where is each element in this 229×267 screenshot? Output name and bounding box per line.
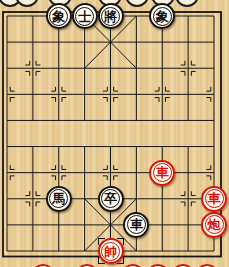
- piece-red-cannon-i2[interactable]: 炮: [201, 212, 227, 238]
- piece-red-chariot-i3[interactable]: 車: [201, 186, 227, 212]
- piece-black-elephant-g10[interactable]: 象: [149, 3, 175, 29]
- board-rank-file-lines: [7, 16, 214, 251]
- xiangqi-board[interactable]: 象士將象車馬卒車車炮帥: [0, 0, 229, 267]
- piece-red-chariot-g4[interactable]: 車: [149, 160, 175, 186]
- piece-black-advisor-d10[interactable]: 士: [72, 3, 98, 29]
- piece-black-chariot-f2[interactable]: 車: [123, 212, 149, 238]
- piece-red-general-e1[interactable]: 帥: [98, 238, 124, 264]
- piece-black-general-e10[interactable]: 將: [98, 3, 124, 29]
- board-grid-lines: [0, 0, 229, 267]
- piece-black-soldier-e3[interactable]: 卒: [98, 186, 124, 212]
- piece-black-elephant-c10[interactable]: 象: [46, 3, 72, 29]
- piece-black-horse-c3[interactable]: 馬: [46, 186, 72, 212]
